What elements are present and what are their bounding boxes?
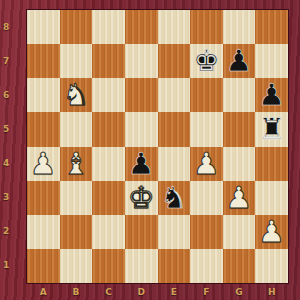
square-b2[interactable]: [60, 215, 93, 249]
square-g6[interactable]: [223, 78, 256, 112]
square-h7[interactable]: [255, 44, 288, 78]
white-pawn[interactable]: ♟: [193, 149, 220, 179]
square-b5[interactable]: [60, 112, 93, 146]
file-label-h: H: [268, 288, 276, 297]
square-f6[interactable]: [190, 78, 223, 112]
rank-label-2: 2: [3, 227, 13, 236]
square-f2[interactable]: [190, 215, 223, 249]
square-c4[interactable]: [92, 147, 125, 181]
square-h6[interactable]: ♟: [255, 78, 288, 112]
square-d2[interactable]: [125, 215, 158, 249]
file-label-a: A: [40, 288, 47, 297]
square-e4[interactable]: [158, 147, 191, 181]
file-label-f: F: [203, 288, 209, 297]
square-d3[interactable]: ♚: [125, 181, 158, 215]
square-a6[interactable]: [27, 78, 60, 112]
chess-board: ♚♟♞♟♜♟♝♟♟♚♞♟♟: [27, 10, 288, 283]
square-f8[interactable]: [190, 10, 223, 44]
square-d4[interactable]: ♟: [125, 147, 158, 181]
square-f1[interactable]: [190, 249, 223, 283]
square-a7[interactable]: [27, 44, 60, 78]
square-e2[interactable]: [158, 215, 191, 249]
rank-label-5: 5: [3, 125, 13, 134]
square-g5[interactable]: [223, 112, 256, 146]
white-bishop[interactable]: ♝: [62, 149, 89, 179]
square-e3[interactable]: ♞: [158, 181, 191, 215]
square-g7[interactable]: ♟: [223, 44, 256, 78]
square-c3[interactable]: [92, 181, 125, 215]
square-g2[interactable]: [223, 215, 256, 249]
square-e8[interactable]: [158, 10, 191, 44]
square-e6[interactable]: [158, 78, 191, 112]
square-b7[interactable]: [60, 44, 93, 78]
square-f7[interactable]: ♚: [190, 44, 223, 78]
rank-label-3: 3: [3, 193, 13, 202]
square-a8[interactable]: [27, 10, 60, 44]
square-g3[interactable]: ♟: [223, 181, 256, 215]
square-e5[interactable]: [158, 112, 191, 146]
square-f5[interactable]: [190, 112, 223, 146]
square-b4[interactable]: ♝: [60, 147, 93, 181]
square-b8[interactable]: [60, 10, 93, 44]
square-d6[interactable]: [125, 78, 158, 112]
square-e1[interactable]: [158, 249, 191, 283]
square-c5[interactable]: [92, 112, 125, 146]
square-d7[interactable]: [125, 44, 158, 78]
black-pawn[interactable]: ♟: [128, 149, 155, 179]
file-label-e: E: [171, 288, 177, 297]
file-label-g: G: [235, 288, 242, 297]
white-king[interactable]: ♚: [128, 183, 155, 213]
square-h1[interactable]: [255, 249, 288, 283]
square-d8[interactable]: [125, 10, 158, 44]
square-c1[interactable]: [92, 249, 125, 283]
square-g1[interactable]: [223, 249, 256, 283]
square-e7[interactable]: [158, 44, 191, 78]
square-b6[interactable]: ♞: [60, 78, 93, 112]
file-label-d: D: [137, 288, 144, 297]
rank-label-6: 6: [3, 91, 13, 100]
square-c8[interactable]: [92, 10, 125, 44]
rank-label-8: 8: [3, 23, 13, 32]
rank-label-1: 1: [3, 261, 13, 270]
square-b1[interactable]: [60, 249, 93, 283]
square-c2[interactable]: [92, 215, 125, 249]
file-label-c: C: [105, 288, 112, 297]
square-a1[interactable]: [27, 249, 60, 283]
square-f4[interactable]: ♟: [190, 147, 223, 181]
square-h3[interactable]: [255, 181, 288, 215]
board-frame: ♚♟♞♟♜♟♝♟♟♚♞♟♟ 87654321ABCDEFGH: [0, 0, 300, 300]
square-c6[interactable]: [92, 78, 125, 112]
square-c7[interactable]: [92, 44, 125, 78]
black-pawn[interactable]: ♟: [226, 46, 253, 76]
file-label-b: B: [73, 288, 80, 297]
square-a3[interactable]: [27, 181, 60, 215]
black-king[interactable]: ♚: [193, 46, 220, 76]
square-b3[interactable]: [60, 181, 93, 215]
white-pawn[interactable]: ♟: [258, 217, 285, 247]
black-rook[interactable]: ♜: [258, 114, 285, 144]
square-d5[interactable]: [125, 112, 158, 146]
black-knight[interactable]: ♞: [160, 183, 187, 213]
square-g8[interactable]: [223, 10, 256, 44]
rank-label-7: 7: [3, 57, 13, 66]
square-h8[interactable]: [255, 10, 288, 44]
square-h4[interactable]: [255, 147, 288, 181]
square-g4[interactable]: [223, 147, 256, 181]
black-pawn[interactable]: ♟: [258, 80, 285, 110]
white-knight[interactable]: ♞: [62, 80, 89, 110]
rank-label-4: 4: [3, 159, 13, 168]
square-a4[interactable]: ♟: [27, 147, 60, 181]
square-d1[interactable]: [125, 249, 158, 283]
white-pawn[interactable]: ♟: [226, 183, 253, 213]
square-a2[interactable]: [27, 215, 60, 249]
square-h5[interactable]: ♜: [255, 112, 288, 146]
square-h2[interactable]: ♟: [255, 215, 288, 249]
white-pawn[interactable]: ♟: [30, 149, 57, 179]
square-f3[interactable]: [190, 181, 223, 215]
square-a5[interactable]: [27, 112, 60, 146]
